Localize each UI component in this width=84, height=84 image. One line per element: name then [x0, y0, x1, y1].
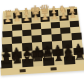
piece-white-pawn: ♟ — [69, 12, 77, 20]
chess-set-photo: ♜♞♝♚♛♝♞♜♟♟♟♟♟♟♟♟♟♟♟♟♟♟♟♟♜♞♝♚♛♝♞♜ — [0, 0, 84, 84]
hinge-left-icon — [20, 69, 26, 72]
hinge-right-icon — [50, 68, 56, 71]
piece-white-pawn: ♟ — [60, 12, 68, 20]
piece-white-pawn: ♟ — [32, 14, 40, 22]
piece-black-rook: ♜ — [73, 48, 84, 63]
chess-board: ♜♞♝♚♛♝♞♜♟♟♟♟♟♟♟♟♟♟♟♟♟♟♟♟♜♞♝♚♛♝♞♜ — [0, 6, 82, 11]
piece-white-pawn: ♟ — [4, 16, 12, 24]
piece-white-pawn: ♟ — [23, 14, 31, 22]
piece-white-pawn: ♟ — [41, 13, 49, 21]
board-tilt-wrapper: ♜♞♝♚♛♝♞♜♟♟♟♟♟♟♟♟♟♟♟♟♟♟♟♟♜♞♝♚♛♝♞♜ — [0, 6, 84, 79]
piece-white-pawn: ♟ — [13, 15, 21, 23]
piece-white-pawn: ♟ — [51, 13, 59, 21]
